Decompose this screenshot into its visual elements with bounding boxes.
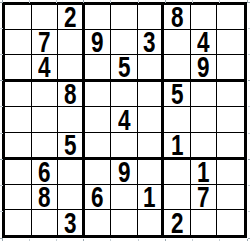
given-digit: 9 bbox=[91, 30, 104, 54]
cell-r3c9[interactable] bbox=[217, 55, 244, 82]
grid-tick bbox=[0, 106, 3, 107]
cell-r2c9[interactable] bbox=[217, 30, 244, 55]
given-digit: 2 bbox=[171, 211, 184, 235]
cell-r1c5[interactable] bbox=[111, 5, 138, 30]
cell-r4c6[interactable] bbox=[138, 82, 165, 107]
given-digit: 3 bbox=[143, 30, 156, 54]
sudoku-board: 28793445985451691861732 bbox=[2, 2, 247, 238]
cell-r5c6[interactable] bbox=[138, 107, 165, 132]
grid-tick bbox=[110, 0, 111, 3]
cell-r7c3[interactable] bbox=[58, 160, 85, 185]
cell-r9c6[interactable] bbox=[138, 210, 165, 235]
cell-r3c1[interactable] bbox=[5, 55, 32, 82]
grid-tick bbox=[0, 80, 3, 81]
grid-tick bbox=[29, 0, 30, 3]
cell-r1c3[interactable]: 2 bbox=[58, 5, 85, 30]
cell-r9c4[interactable] bbox=[85, 210, 112, 235]
cell-r8c2[interactable]: 8 bbox=[32, 185, 59, 210]
given-digit: 3 bbox=[64, 211, 77, 235]
grid-tick bbox=[0, 238, 3, 239]
grid-tick bbox=[248, 133, 251, 134]
cell-r5c5[interactable]: 4 bbox=[111, 107, 138, 132]
grid-tick bbox=[219, 0, 220, 3]
cell-r5c2[interactable] bbox=[32, 107, 59, 132]
cell-r1c9[interactable] bbox=[217, 5, 244, 30]
cell-r6c4[interactable] bbox=[85, 133, 112, 160]
grid-tick bbox=[248, 80, 251, 81]
cell-r7c7[interactable] bbox=[164, 160, 191, 185]
cell-r9c8[interactable] bbox=[191, 210, 218, 235]
grid-tick bbox=[83, 0, 84, 3]
cell-r3c6[interactable] bbox=[138, 55, 165, 82]
page: 28793445985451691861732 bbox=[0, 0, 250, 241]
given-digit: 8 bbox=[171, 5, 184, 29]
grid-tick bbox=[248, 106, 251, 107]
cell-r9c3[interactable]: 3 bbox=[58, 210, 85, 235]
grid-tick bbox=[165, 0, 166, 3]
cell-r4c3[interactable]: 8 bbox=[58, 82, 85, 107]
cell-r8c8[interactable]: 7 bbox=[191, 185, 218, 210]
cell-r6c9[interactable] bbox=[217, 133, 244, 160]
cell-r7c5[interactable]: 9 bbox=[111, 160, 138, 185]
given-digit: 1 bbox=[171, 133, 184, 157]
cell-r3c8[interactable]: 9 bbox=[191, 55, 218, 82]
given-digit: 9 bbox=[118, 160, 131, 184]
cell-r5c9[interactable] bbox=[217, 107, 244, 132]
cell-r7c1[interactable] bbox=[5, 160, 32, 185]
cell-r1c7[interactable]: 8 bbox=[164, 5, 191, 30]
cell-r3c4[interactable] bbox=[85, 55, 112, 82]
cell-r2c4[interactable]: 9 bbox=[85, 30, 112, 55]
grid-tick bbox=[248, 238, 251, 239]
given-digit: 5 bbox=[118, 55, 131, 79]
given-digit: 7 bbox=[197, 185, 210, 209]
cell-r2c1[interactable] bbox=[5, 30, 32, 55]
cell-r9c1[interactable] bbox=[5, 210, 32, 235]
grid-tick bbox=[192, 0, 193, 3]
given-digit: 4 bbox=[118, 108, 131, 132]
cell-r2c7[interactable] bbox=[164, 30, 191, 55]
given-digit: 2 bbox=[64, 5, 77, 29]
grid-tick bbox=[248, 211, 251, 212]
grid-tick bbox=[248, 28, 251, 29]
cell-r4c7[interactable]: 5 bbox=[164, 82, 191, 107]
grid-tick bbox=[0, 159, 3, 160]
cell-r3c5[interactable]: 5 bbox=[111, 55, 138, 82]
cell-r9c5[interactable] bbox=[111, 210, 138, 235]
cell-r4c8[interactable] bbox=[191, 82, 218, 107]
grid-tick bbox=[248, 54, 251, 55]
cell-r6c1[interactable] bbox=[5, 133, 32, 160]
cell-r3c2[interactable]: 4 bbox=[32, 55, 59, 82]
cell-r8c6[interactable]: 1 bbox=[138, 185, 165, 210]
cell-r7c9[interactable] bbox=[217, 160, 244, 185]
grid-tick bbox=[0, 28, 3, 29]
cell-r9c7[interactable]: 2 bbox=[164, 210, 191, 235]
cell-r8c1[interactable] bbox=[5, 185, 32, 210]
given-digit: 8 bbox=[64, 82, 77, 106]
given-digit: 5 bbox=[171, 82, 184, 106]
cell-r4c1[interactable] bbox=[5, 82, 32, 107]
given-digit: 9 bbox=[197, 55, 210, 79]
cell-r9c2[interactable] bbox=[32, 210, 59, 235]
cell-r4c4[interactable] bbox=[85, 82, 112, 107]
given-digit: 6 bbox=[91, 185, 104, 209]
grid-tick bbox=[248, 2, 251, 3]
cell-r1c1[interactable] bbox=[5, 5, 32, 30]
given-digit: 4 bbox=[38, 55, 51, 79]
grid-tick bbox=[0, 185, 3, 186]
cell-r4c2[interactable] bbox=[32, 82, 59, 107]
grid-tick bbox=[0, 133, 3, 134]
grid-tick bbox=[138, 0, 139, 3]
cell-r8c4[interactable]: 6 bbox=[85, 185, 112, 210]
grid-tick bbox=[0, 2, 3, 3]
given-digit: 8 bbox=[38, 185, 51, 209]
cell-r9c9[interactable] bbox=[217, 210, 244, 235]
cell-r5c1[interactable] bbox=[5, 107, 32, 132]
cell-r5c8[interactable] bbox=[191, 107, 218, 132]
cell-r2c6[interactable]: 3 bbox=[138, 30, 165, 55]
grid-tick bbox=[56, 0, 57, 3]
grid-tick bbox=[0, 211, 3, 212]
cell-r6c7[interactable]: 1 bbox=[164, 133, 191, 160]
cell-r4c9[interactable] bbox=[217, 82, 244, 107]
grid-tick bbox=[247, 0, 248, 3]
cell-r6c3[interactable]: 5 bbox=[58, 133, 85, 160]
given-digit: 1 bbox=[143, 185, 156, 209]
cell-r2c3[interactable] bbox=[58, 30, 85, 55]
cell-r6c6[interactable] bbox=[138, 133, 165, 160]
grid-tick bbox=[248, 159, 251, 160]
cell-r8c9[interactable] bbox=[217, 185, 244, 210]
grid-tick bbox=[0, 54, 3, 55]
given-digit: 5 bbox=[64, 133, 77, 157]
cell-r5c4[interactable] bbox=[85, 107, 112, 132]
grid-tick bbox=[248, 185, 251, 186]
cell-r8c5[interactable] bbox=[111, 185, 138, 210]
